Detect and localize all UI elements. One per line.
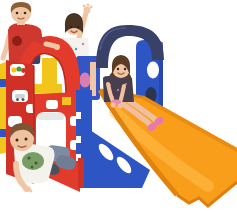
girl-waving-eye-right [77,26,79,28]
toy-car-wheel-1 [16,98,19,101]
girl-waving-hand [84,7,91,14]
scene-canvas [0,0,237,212]
girl-waving-finger-1 [83,5,86,8]
front-panel-yellow-insert [62,97,71,105]
toy-car-body [15,94,25,99]
opening-shadow [38,113,64,120]
boy-crawl-finger [30,190,33,193]
girl-waving-floral-dot-3 [82,43,84,45]
blue-panel-hole-upper [147,62,159,79]
boy-standing-forearm [46,44,55,46]
boy-crawl-print-speck-1 [27,156,30,159]
boy-standing-eye-right [24,12,27,15]
post-notch-2 [76,136,81,143]
girl-waving-finger-2 [87,4,90,7]
support-red-sliver [78,158,84,188]
boy-crawl-eye-right [25,138,28,141]
girl-slide-eye-right [124,68,126,70]
girl-waving-eye-left [70,26,72,28]
front-panel-small-top-hole [46,100,58,109]
toy-ball-green [16,66,21,71]
blue-clip-upper [0,79,6,87]
toy-ball-red [21,68,26,73]
post-notch-1 [76,112,81,119]
girl-slide-eye-left [117,68,119,70]
boy-standing-shirt-crest [12,36,22,46]
girl-slide-floral-2 [117,89,119,91]
girl-slide-hand-2 [118,104,123,109]
boy-crawl-print-speck-2 [34,161,37,164]
boy-standing-hand [54,44,60,50]
girl-waving-floral-dot-2 [75,48,77,50]
toy-ball-yellow [11,67,16,72]
blue-clip-lower [0,129,6,137]
toy-car-wheel-2 [22,98,25,101]
playground-photo [0,0,237,212]
pink-oval-toy [80,73,91,88]
boy-crawl-eye-left [16,139,19,142]
boy-standing-eye-left [16,12,19,15]
boy-crawl-print-speck-3 [31,166,34,169]
girl-slide-hand-1 [111,103,116,108]
girl-waving-finger-3 [90,6,93,9]
